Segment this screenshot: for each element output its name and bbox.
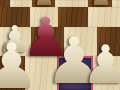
white-pawn-right[interactable]: ♟ xyxy=(79,38,120,90)
white-pawn-near-left[interactable]: ♟ xyxy=(0,35,43,90)
light-square[interactable] xyxy=(112,0,120,7)
chess-3d-view: ♟♟♟♟♟♟♟ xyxy=(0,0,120,90)
piece-base-far-right[interactable]: ♟ xyxy=(89,0,113,9)
dark-square[interactable] xyxy=(0,0,10,7)
